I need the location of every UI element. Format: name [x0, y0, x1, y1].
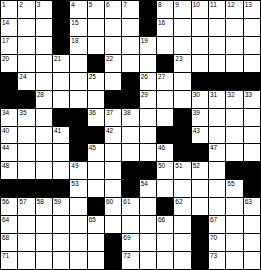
cell-r6c6[interactable] [88, 91, 104, 108]
clue-number: 65 [89, 216, 96, 223]
cell-r12c5[interactable] [70, 198, 86, 215]
clue-number: 60 [106, 198, 113, 205]
cell-r7c8[interactable]: 38 [122, 109, 138, 126]
cell-r9c3[interactable] [36, 144, 52, 161]
cell-r4c7[interactable]: 22 [105, 55, 121, 72]
cell-r3c6[interactable] [88, 37, 104, 54]
clue-number: 13 [245, 1, 252, 8]
block-r3c4 [53, 37, 69, 54]
clue-number: 72 [123, 252, 130, 259]
cell-r4c11[interactable]: 23 [174, 55, 190, 72]
cell-r7c1[interactable]: 34 [1, 109, 17, 126]
cell-r6c12[interactable]: 30 [192, 91, 208, 108]
cell-r4c13[interactable] [209, 55, 225, 72]
cell-r7c2[interactable]: 35 [18, 109, 34, 126]
cell-r1c10[interactable]: 8 [157, 1, 173, 18]
cell-r1c14[interactable]: 12 [226, 1, 242, 18]
clue-number: 18 [71, 37, 78, 44]
block-r9c12 [192, 144, 208, 161]
clue-number: 33 [245, 91, 252, 98]
cell-r4c14[interactable] [226, 55, 242, 72]
clue-number: 58 [37, 198, 44, 205]
block-r13c12 [192, 216, 208, 233]
cell-r8c2[interactable] [18, 127, 34, 144]
cell-r11c5[interactable]: 53 [70, 180, 86, 197]
cell-r5c5[interactable] [70, 73, 86, 90]
cell-r14c9[interactable] [140, 234, 156, 251]
cell-r6c10[interactable] [157, 91, 173, 108]
clue-number: 28 [37, 91, 44, 98]
cell-r7c6[interactable]: 36 [88, 109, 104, 126]
cell-r3c10[interactable] [157, 37, 173, 54]
cell-r2c14[interactable] [226, 19, 242, 36]
cell-r7c13[interactable] [209, 109, 225, 126]
cell-r2c11[interactable] [174, 19, 190, 36]
cell-r2c6[interactable] [88, 19, 104, 36]
clue-number: 32 [227, 91, 234, 98]
cell-r11c11[interactable] [174, 180, 190, 197]
block-r2c4 [53, 19, 69, 36]
clue-number: 55 [227, 180, 234, 187]
cell-r10c12[interactable]: 52 [192, 162, 208, 179]
cell-r3c11[interactable] [174, 37, 190, 54]
cell-r3c13[interactable] [209, 37, 225, 54]
cell-r5c4[interactable] [53, 73, 69, 90]
cell-r12c7[interactable]: 60 [105, 198, 121, 215]
clue-number: 31 [210, 91, 217, 98]
clue-number: 71 [2, 252, 9, 259]
block-r14c7 [105, 234, 121, 251]
cell-r3c8[interactable] [122, 37, 138, 54]
cell-r14c4[interactable] [53, 234, 69, 251]
cell-r1c11[interactable]: 9 [174, 1, 190, 18]
cell-r13c10[interactable]: 66 [157, 216, 173, 233]
cell-r9c15[interactable] [244, 144, 260, 161]
block-r11c8 [122, 180, 138, 197]
cell-r8c7[interactable]: 42 [105, 127, 121, 144]
cell-r3c15[interactable] [244, 37, 260, 54]
cell-r12c2[interactable]: 57 [18, 198, 34, 215]
block-r4c6 [88, 55, 104, 72]
block-r12c6 [88, 198, 104, 215]
cell-r1c5[interactable]: 4 [70, 1, 86, 18]
cell-r15c14[interactable] [226, 252, 242, 269]
clue-number: 47 [210, 144, 217, 151]
block-r7c4 [53, 109, 69, 126]
cell-r1c8[interactable]: 7 [122, 1, 138, 18]
clue-number: 11 [210, 1, 217, 8]
cell-r7c14[interactable] [226, 109, 242, 126]
clue-number: 66 [158, 216, 165, 223]
cell-r2c7[interactable] [105, 19, 121, 36]
cell-r2c8[interactable] [122, 19, 138, 36]
cell-r13c7[interactable] [105, 216, 121, 233]
cell-r7c12[interactable]: 39 [192, 109, 208, 126]
cell-r6c4[interactable] [53, 91, 69, 108]
cell-r5c3[interactable] [36, 73, 52, 90]
clue-number: 45 [89, 144, 96, 151]
clue-number: 3 [37, 1, 41, 8]
cell-r2c1[interactable]: 14 [1, 19, 17, 36]
clue-number: 8 [158, 1, 162, 8]
block-r6c1 [1, 91, 17, 108]
cell-r15c3[interactable] [36, 252, 52, 269]
block-r10c14 [226, 162, 242, 179]
clue-number: 41 [54, 127, 61, 134]
cell-r14c3[interactable] [36, 234, 52, 251]
clue-number: 53 [71, 180, 78, 187]
clue-number: 67 [210, 216, 217, 223]
cell-r14c2[interactable] [18, 234, 34, 251]
block-r14c12 [192, 234, 208, 251]
cell-r11c6[interactable] [88, 180, 104, 197]
cell-r2c15[interactable] [244, 19, 260, 36]
block-r9c11 [174, 144, 190, 161]
block-r6c2 [18, 91, 34, 108]
cell-r13c11[interactable] [174, 216, 190, 233]
block-r12c10 [157, 198, 173, 215]
cell-r10c5[interactable]: 49 [70, 162, 86, 179]
cell-r9c1[interactable]: 44 [1, 144, 17, 161]
cell-r3c2[interactable] [18, 37, 34, 54]
clue-number: 20 [2, 55, 9, 62]
block-r7c11 [174, 109, 190, 126]
cell-r3c3[interactable] [36, 37, 52, 54]
block-r11c3 [36, 180, 52, 197]
cell-r6c11[interactable] [174, 91, 190, 108]
block-r8c11 [174, 127, 190, 144]
cell-r10c6[interactable] [88, 162, 104, 179]
cell-r6c14[interactable]: 32 [226, 91, 242, 108]
cell-r11c10[interactable] [157, 180, 173, 197]
cell-r13c15[interactable] [244, 216, 260, 233]
clue-number: 2 [19, 1, 23, 8]
clue-number: 10 [193, 1, 200, 8]
cell-r7c10[interactable] [157, 109, 173, 126]
cell-r15c15[interactable] [244, 252, 260, 269]
clue-number: 21 [54, 55, 61, 62]
cell-r11c14[interactable]: 55 [226, 180, 242, 197]
clue-number: 5 [89, 1, 93, 8]
cell-r5c10[interactable]: 27 [157, 73, 173, 90]
cell-r1c12[interactable]: 10 [192, 1, 208, 18]
clue-number: 16 [158, 19, 165, 26]
clue-number: 54 [141, 180, 148, 187]
cell-r4c9[interactable] [140, 55, 156, 72]
clue-number: 52 [193, 162, 200, 169]
clue-number: 19 [141, 37, 148, 44]
clue-number: 1 [2, 1, 6, 8]
block-r1c4 [53, 1, 69, 18]
cell-r13c1[interactable]: 64 [1, 216, 17, 233]
clue-number: 57 [19, 198, 26, 205]
cell-r8c1[interactable]: 40 [1, 127, 17, 144]
cell-r5c7[interactable] [105, 73, 121, 90]
cell-r2c5[interactable]: 15 [70, 19, 86, 36]
clue-number: 69 [123, 234, 130, 241]
cell-r10c11[interactable]: 51 [174, 162, 190, 179]
clue-number: 49 [71, 162, 78, 169]
cell-r14c13[interactable]: 70 [209, 234, 225, 251]
clue-number: 39 [193, 109, 200, 116]
clue-number: 27 [158, 73, 165, 80]
cell-r11c12[interactable] [192, 180, 208, 197]
clue-number: 29 [141, 91, 148, 98]
cell-r3c9[interactable]: 19 [140, 37, 156, 54]
cell-r8c14[interactable] [226, 127, 242, 144]
cell-r8c12[interactable]: 43 [192, 127, 208, 144]
cell-r15c10[interactable] [157, 252, 173, 269]
clue-number: 30 [193, 91, 200, 98]
clue-number: 24 [19, 73, 26, 80]
clue-number: 36 [89, 109, 96, 116]
cell-r4c1[interactable]: 20 [1, 55, 17, 72]
cell-r12c14[interactable] [226, 198, 242, 215]
cell-r6c15[interactable]: 33 [244, 91, 260, 108]
clue-number: 44 [2, 144, 9, 151]
cell-r15c13[interactable]: 73 [209, 252, 225, 269]
crossword-grid: 1234567891011121314151617181920212223242… [0, 0, 261, 270]
clue-number: 4 [71, 1, 75, 8]
cell-r6c3[interactable]: 28 [36, 91, 52, 108]
cell-r14c15[interactable] [244, 234, 260, 251]
cell-r14c14[interactable] [226, 234, 242, 251]
block-r15c7 [105, 252, 121, 269]
cell-r10c2[interactable] [18, 162, 34, 179]
cell-r8c3[interactable] [36, 127, 52, 144]
cell-r4c15[interactable] [244, 55, 260, 72]
block-r5c13 [209, 73, 225, 90]
clue-number: 50 [158, 162, 165, 169]
cell-r9c9[interactable] [140, 144, 156, 161]
cell-r14c1[interactable]: 68 [1, 234, 17, 251]
cell-r12c3[interactable]: 58 [36, 198, 52, 215]
cell-r4c2[interactable] [18, 55, 34, 72]
cell-r15c9[interactable] [140, 252, 156, 269]
cell-r10c7[interactable] [105, 162, 121, 179]
block-r10c9 [140, 162, 156, 179]
clue-number: 68 [2, 234, 9, 241]
cell-r10c1[interactable]: 48 [1, 162, 17, 179]
cell-r5c6[interactable]: 25 [88, 73, 104, 90]
cell-r8c13[interactable] [209, 127, 225, 144]
clue-number: 61 [123, 198, 130, 205]
cell-r13c13[interactable]: 67 [209, 216, 225, 233]
cell-r12c11[interactable]: 62 [174, 198, 190, 215]
clue-number: 26 [141, 73, 148, 80]
cell-r1c1[interactable]: 1 [1, 1, 17, 18]
cell-r4c3[interactable] [36, 55, 52, 72]
cell-r15c8[interactable]: 72 [122, 252, 138, 269]
cell-r4c8[interactable] [122, 55, 138, 72]
cell-r2c12[interactable] [192, 19, 208, 36]
cell-r14c8[interactable]: 69 [122, 234, 138, 251]
cell-r13c14[interactable] [226, 216, 242, 233]
cell-r3c7[interactable] [105, 37, 121, 54]
clue-number: 9 [175, 1, 179, 8]
cell-r8c9[interactable] [140, 127, 156, 144]
cell-r13c2[interactable] [18, 216, 34, 233]
block-r11c2 [18, 180, 34, 197]
block-r11c4 [53, 180, 69, 197]
block-r2c9 [140, 19, 156, 36]
cell-r2c3[interactable] [36, 19, 52, 36]
block-r6c7 [105, 91, 121, 108]
block-r5c12 [192, 73, 208, 90]
cell-r1c3[interactable]: 3 [36, 1, 52, 18]
cell-r9c8[interactable] [122, 144, 138, 161]
cell-r5c9[interactable]: 26 [140, 73, 156, 90]
cell-r4c12[interactable] [192, 55, 208, 72]
block-r10c15 [244, 162, 260, 179]
block-r4c10 [157, 55, 173, 72]
cell-r4c5[interactable] [70, 55, 86, 72]
cell-r1c6[interactable]: 5 [88, 1, 104, 18]
cell-r15c2[interactable] [18, 252, 34, 269]
clue-number: 63 [245, 198, 252, 205]
cell-r8c15[interactable] [244, 127, 260, 144]
cell-r10c4[interactable] [53, 162, 69, 179]
cell-r5c11[interactable] [174, 73, 190, 90]
cell-r3c14[interactable] [226, 37, 242, 54]
block-r11c15 [244, 180, 260, 197]
clue-number: 38 [123, 109, 130, 116]
cell-r10c10[interactable]: 50 [157, 162, 173, 179]
cell-r4c4[interactable]: 21 [53, 55, 69, 72]
clue-number: 64 [2, 216, 9, 223]
cell-r1c13[interactable]: 11 [209, 1, 225, 18]
clue-number: 23 [175, 55, 182, 62]
cell-r7c15[interactable] [244, 109, 260, 126]
block-r5c1 [1, 73, 17, 90]
cell-r9c6[interactable]: 45 [88, 144, 104, 161]
block-r6c8 [122, 91, 138, 108]
cell-r9c7[interactable] [105, 144, 121, 161]
block-r15c12 [192, 252, 208, 269]
clue-number: 43 [193, 127, 200, 134]
cell-r14c11[interactable] [174, 234, 190, 251]
cell-r10c13[interactable] [209, 162, 225, 179]
clue-number: 46 [158, 144, 165, 151]
cell-r2c10[interactable]: 16 [157, 19, 173, 36]
cell-r11c9[interactable]: 54 [140, 180, 156, 197]
clue-number: 17 [2, 37, 9, 44]
cell-r12c1[interactable]: 56 [1, 198, 17, 215]
cell-r9c14[interactable] [226, 144, 242, 161]
cell-r7c7[interactable]: 37 [105, 109, 121, 126]
block-r9c5 [70, 144, 86, 161]
clue-number: 56 [2, 198, 9, 205]
cell-r13c4[interactable] [53, 216, 69, 233]
clue-number: 48 [2, 162, 9, 169]
clue-number: 59 [54, 198, 61, 205]
block-r1c9 [140, 1, 156, 18]
cell-r2c2[interactable] [18, 19, 34, 36]
cell-r15c5[interactable] [70, 252, 86, 269]
cell-r9c4[interactable] [53, 144, 69, 161]
cell-r6c5[interactable] [70, 91, 86, 108]
cell-r7c9[interactable] [140, 109, 156, 126]
cell-r9c2[interactable] [18, 144, 34, 161]
clue-number: 62 [175, 198, 182, 205]
cell-r8c4[interactable]: 41 [53, 127, 69, 144]
clue-number: 25 [89, 73, 96, 80]
cell-r1c2[interactable]: 2 [18, 1, 34, 18]
clue-number: 14 [2, 19, 9, 26]
cell-r12c13[interactable] [209, 198, 225, 215]
cell-r15c4[interactable] [53, 252, 69, 269]
cell-r2c13[interactable] [209, 19, 225, 36]
cell-r12c8[interactable]: 61 [122, 198, 138, 215]
cell-r5c2[interactable]: 24 [18, 73, 34, 90]
cell-r3c5[interactable]: 18 [70, 37, 86, 54]
cell-r13c3[interactable] [36, 216, 52, 233]
cell-r11c7[interactable] [105, 180, 121, 197]
block-r8c6 [88, 127, 104, 144]
cell-r15c6[interactable] [88, 252, 104, 269]
cell-r8c8[interactable] [122, 127, 138, 144]
cell-r3c1[interactable]: 17 [1, 37, 17, 54]
clue-number: 7 [123, 1, 127, 8]
cell-r12c12[interactable] [192, 198, 208, 215]
clue-number: 51 [175, 162, 182, 169]
block-r5c15 [244, 73, 260, 90]
block-r8c5 [70, 127, 86, 144]
clue-number: 73 [210, 252, 217, 259]
clue-number: 35 [19, 109, 26, 116]
block-r11c1 [1, 180, 17, 197]
cell-r11c13[interactable] [209, 180, 225, 197]
cell-r1c15[interactable]: 13 [244, 1, 260, 18]
cell-r1c7[interactable]: 6 [105, 1, 121, 18]
cell-r13c6[interactable]: 65 [88, 216, 104, 233]
cell-r13c8[interactable] [122, 216, 138, 233]
cell-r6c9[interactable]: 29 [140, 91, 156, 108]
cell-r10c3[interactable] [36, 162, 52, 179]
cell-r7c3[interactable] [36, 109, 52, 126]
cell-r9c10[interactable]: 46 [157, 144, 173, 161]
block-r7c5 [70, 109, 86, 126]
clue-number: 22 [106, 55, 113, 62]
clue-number: 34 [2, 109, 9, 116]
block-r10c8 [122, 162, 138, 179]
cell-r3c12[interactable] [192, 37, 208, 54]
cell-r14c5[interactable] [70, 234, 86, 251]
clue-number: 6 [106, 1, 110, 8]
cell-r15c1[interactable]: 71 [1, 252, 17, 269]
clue-number: 42 [106, 127, 113, 134]
clue-number: 12 [227, 1, 234, 8]
block-r8c10 [157, 127, 173, 144]
clue-number: 15 [71, 19, 78, 26]
cell-r14c6[interactable] [88, 234, 104, 251]
cell-r6c13[interactable]: 31 [209, 91, 225, 108]
cell-r12c4[interactable]: 59 [53, 198, 69, 215]
cell-r9c13[interactable]: 47 [209, 144, 225, 161]
cell-r13c9[interactable] [140, 216, 156, 233]
clue-number: 37 [106, 109, 113, 116]
clue-number: 70 [210, 234, 217, 241]
cell-r12c15[interactable]: 63 [244, 198, 260, 215]
block-r5c8 [122, 73, 138, 90]
cell-r13c5[interactable] [70, 216, 86, 233]
cell-r12c9[interactable] [140, 198, 156, 215]
block-r5c14 [226, 73, 242, 90]
cell-r14c10[interactable] [157, 234, 173, 251]
cell-r15c11[interactable] [174, 252, 190, 269]
clue-number: 40 [2, 127, 9, 134]
